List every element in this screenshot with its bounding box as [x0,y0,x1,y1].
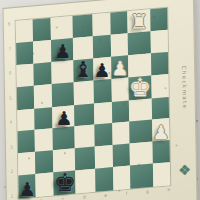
square-c5[interactable] [52,82,75,107]
rank-label-4: 4 [9,120,12,125]
black-king-c1[interactable]: ♚ [54,171,76,194]
square-a1[interactable]: ♟ [18,174,36,199]
square-c3[interactable] [52,127,75,151]
square-g7[interactable] [128,31,151,55]
rank-label-2: 2 [10,169,13,174]
white-pawn-h3[interactable]: ♟ [152,124,169,141]
chess-board-grid: ♜♟♝♟♟♚♟♟♟♚ [16,8,171,199]
square-b4[interactable] [35,107,53,130]
black-pawn-e6[interactable]: ♟ [94,62,111,79]
file-label-e: e [104,193,107,198]
file-label-g: g [146,189,149,194]
square-b1[interactable] [36,172,54,197]
square-c7[interactable]: ♟ [51,38,74,62]
square-b3[interactable] [35,129,53,152]
square-f3[interactable] [112,122,130,145]
square-e3[interactable] [94,123,112,146]
square-f4[interactable] [112,100,130,123]
square-f2[interactable] [112,144,130,167]
square-b6[interactable] [34,62,52,85]
rank-label-6: 6 [9,71,12,76]
rank-labels: 87654321 [8,21,14,199]
square-e1[interactable] [95,167,113,192]
square-f1[interactable] [113,166,131,191]
square-b2[interactable] [35,150,53,173]
square-a7[interactable] [16,41,34,64]
square-d8[interactable] [73,14,93,38]
rank-label-5: 5 [9,95,12,100]
black-bishop-d6[interactable]: ♝ [74,61,94,81]
square-f7[interactable] [110,33,128,56]
file-label-h: h [167,187,170,192]
square-d2[interactable] [75,147,95,171]
square-a8[interactable] [16,19,34,42]
square-h8[interactable] [150,8,168,31]
black-pawn-a1[interactable]: ♟ [19,180,36,197]
square-d7[interactable] [73,36,93,60]
rank-label-7: 7 [8,46,11,51]
square-d1[interactable] [76,169,96,194]
file-label-f: f [126,191,128,196]
wall-speckles [0,0,2,2]
board-brand-text: Checkmate [181,65,188,109]
rank-label-3: 3 [10,145,13,150]
square-c8[interactable] [51,16,74,40]
mat-speckles [4,9,6,11]
square-e8[interactable] [93,13,111,36]
square-g5[interactable]: ♚ [129,75,152,100]
square-e2[interactable] [95,145,113,168]
square-h3[interactable]: ♟ [152,118,170,141]
square-g3[interactable] [129,120,152,144]
square-h2[interactable] [152,140,170,163]
black-pawn-c4[interactable]: ♟ [55,110,72,127]
square-c4[interactable]: ♟ [52,105,75,129]
square-g1[interactable] [130,164,153,189]
photo-frame: ♜♟♝♟♟♚♟♟♟♚ abcdefgh 87654321 Checkmate ❖ [0,0,200,200]
black-pawn-c7[interactable]: ♟ [54,43,71,60]
square-a2[interactable] [18,152,36,175]
square-e7[interactable] [93,35,111,58]
square-c6[interactable] [51,60,74,84]
square-d6[interactable]: ♝ [74,58,94,82]
rank-label-1: 1 [11,194,14,199]
square-d5[interactable] [74,80,94,105]
square-c1[interactable]: ♚ [53,170,76,195]
square-d4[interactable] [74,103,94,127]
square-b5[interactable] [34,84,52,109]
file-label-d: d [83,195,86,200]
rank-label-8: 8 [8,21,11,26]
square-e5[interactable] [94,78,112,103]
square-e6[interactable]: ♟ [93,57,111,80]
square-h7[interactable] [150,30,168,53]
square-h4[interactable] [151,96,169,119]
square-h1[interactable] [152,162,170,187]
square-a5[interactable] [17,85,35,110]
square-g8[interactable]: ♜ [127,9,150,33]
square-e4[interactable] [94,101,112,124]
maker-logo-icon: ❖ [178,161,191,178]
square-a4[interactable] [17,108,35,131]
white-pawn-f6[interactable]: ♟ [111,60,128,77]
square-a6[interactable] [16,63,34,86]
white-king-g5[interactable]: ♚ [129,76,151,99]
square-g2[interactable] [130,142,153,166]
chess-board-mat: ♜♟♝♟♟♚♟♟♟♚ abcdefgh 87654321 Checkmate ❖ [3,0,198,200]
square-b7[interactable] [34,40,52,63]
square-h6[interactable] [150,52,168,75]
white-rook-g8[interactable]: ♜ [130,13,149,32]
square-f8[interactable] [110,11,128,34]
file-label-b: b [40,198,43,200]
square-b8[interactable] [33,18,51,41]
square-d3[interactable] [75,125,95,149]
square-f6[interactable]: ♟ [111,55,129,78]
square-a3[interactable] [18,130,36,153]
square-h5[interactable] [151,73,169,98]
square-f5[interactable] [111,77,129,102]
